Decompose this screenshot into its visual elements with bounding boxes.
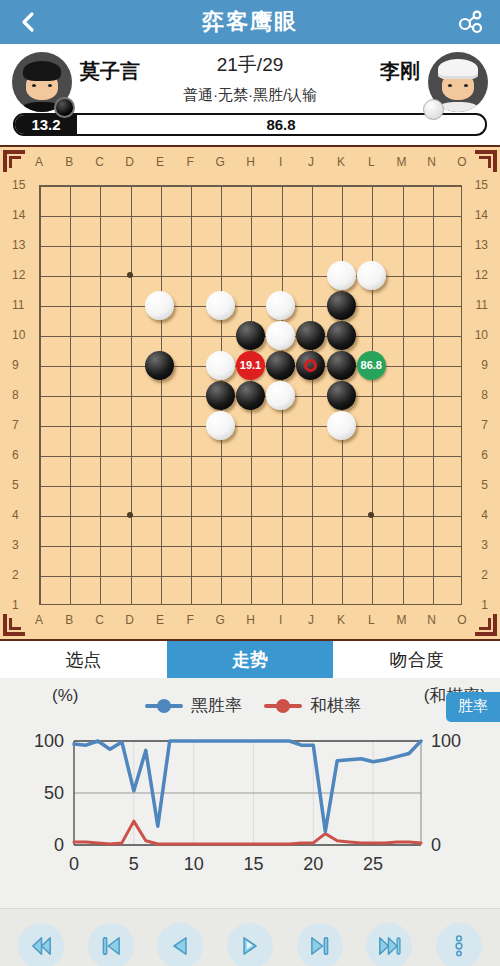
navigation-toolbar [0,908,500,966]
bar-back-button[interactable] [88,923,134,966]
win-rate-toggle-button[interactable]: 胜率 [446,692,500,722]
white-stone [145,291,174,320]
move-counter: 21手/29 [120,52,380,78]
previous-icon [167,933,193,959]
legend-black-winrate: 黑胜率 [145,694,242,717]
svg-text:10: 10 [184,854,204,874]
white-stone [327,261,356,290]
tab-trend[interactable]: 走势 [167,641,334,678]
gomoku-board[interactable]: ABCDEFGHIJKLMNO ABCDEFGHIJKLMNO 15141312… [0,145,500,641]
black-stone [236,321,265,350]
bar-forward-button[interactable] [297,923,343,966]
svg-text:100: 100 [34,731,64,751]
black-stone-badge [54,97,75,118]
game-rules-result: 普通·无禁·黑胜/认输 [120,86,380,105]
white-stone-badge [423,99,444,120]
black-stone [266,351,295,380]
white-stone [266,381,295,410]
suggested-move-marker: 19.1 [236,351,265,380]
black-stone [327,351,356,380]
white-stone [327,411,356,440]
back-chevron-icon [18,11,40,33]
more-dots-icon [446,933,472,959]
black-stone [327,381,356,410]
trend-chart-panel: (%) 黑胜率 和棋率 (和棋率) 胜率 0510152025100500100… [0,678,500,908]
tab-match-rate[interactable]: 吻合度 [333,641,500,678]
analysis-tabbar: 选点 走势 吻合度 [0,641,500,678]
black-win-rate: 13.2 [15,115,77,134]
page-title: 弈客鹰眼 [202,7,298,37]
black-stone [327,321,356,350]
star-point [368,512,374,518]
legend-line-dot-blue [145,704,183,708]
legend-draw-rate: 和棋率 [264,694,361,717]
board-corner-ornament [475,150,497,172]
star-point [127,512,133,518]
white-stone [266,291,295,320]
player-info-section: 莫子言 21手/29 普通·无禁·黑胜/认输 李刚 13.2 86.8 [0,44,500,145]
skip-to-end-icon [376,933,402,959]
next-icon [237,933,263,959]
svg-text:50: 50 [44,783,64,803]
double-forward-button[interactable] [366,923,412,966]
back-button[interactable] [157,923,203,966]
back-button[interactable] [12,5,46,39]
white-stone [357,261,386,290]
black-stone [206,381,235,410]
suggested-move-marker: 86.8 [357,351,386,380]
svg-text:0: 0 [69,854,79,874]
last-move-marker [304,359,317,372]
board-corner-ornament [3,614,25,636]
svg-text:20: 20 [303,854,323,874]
white-stone [206,291,235,320]
legend-line-dot-red [264,704,302,708]
win-rate-trend-chart: 05101520251005001000 [0,718,500,888]
win-rate-bar: 13.2 86.8 [13,113,487,136]
previous-bar-icon [98,933,124,959]
svg-text:25: 25 [363,854,383,874]
svg-text:0: 0 [54,835,64,855]
white-player-avatar[interactable] [428,52,488,112]
next-bar-icon [307,933,333,959]
stones-layer: 19.186.8 [24,170,477,620]
black-stone [296,321,325,350]
white-win-rate: 86.8 [77,115,485,134]
white-stone [206,351,235,380]
app-header: 弈客鹰眼 [0,0,500,44]
double-back-button[interactable] [18,923,64,966]
black-stone [145,351,174,380]
more-button[interactable] [436,923,482,966]
board-corner-ornament [3,150,25,172]
svg-text:100: 100 [431,731,461,751]
star-point [127,272,133,278]
white-stone [206,411,235,440]
black-stone [236,381,265,410]
skip-to-start-icon [28,933,54,959]
white-stone [266,321,295,350]
black-player-avatar[interactable] [12,52,72,112]
share-icon [458,9,484,35]
share-button[interactable] [454,5,488,39]
svg-text:0: 0 [431,835,441,855]
forward-button[interactable] [227,923,273,966]
tab-candidate-points[interactable]: 选点 [0,641,167,678]
board-corner-ornament [475,614,497,636]
svg-text:5: 5 [129,854,139,874]
black-stone [296,351,325,380]
black-stone [327,291,356,320]
white-player-name: 李刚 [380,58,420,85]
chart-legend: 黑胜率 和棋率 [145,694,361,717]
svg-text:15: 15 [243,854,263,874]
